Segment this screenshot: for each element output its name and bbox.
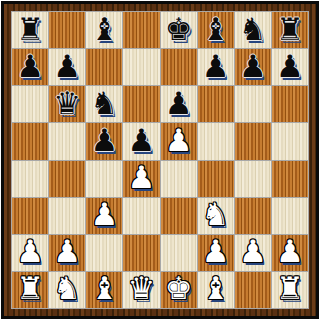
square-a6[interactable]: [12, 86, 48, 122]
white-queen[interactable]: ♛: [128, 273, 156, 304]
white-pawn[interactable]: ♟: [128, 162, 156, 193]
white-knight[interactable]: ♞: [202, 199, 230, 230]
chess-board: ♜♝♚♝♞♜♟♟♟♟♟♛♞♟♟♟♟♟♟♞♟♟♟♟♟♜♞♝♛♚♝♜: [11, 11, 309, 309]
square-d4[interactable]: ♟: [123, 161, 159, 197]
square-c4[interactable]: [86, 161, 122, 197]
white-pawn[interactable]: ♟: [276, 236, 304, 267]
black-rook[interactable]: ♜: [276, 14, 304, 45]
square-d5[interactable]: ♟: [123, 123, 159, 159]
white-pawn[interactable]: ♟: [53, 236, 81, 267]
black-pawn[interactable]: ♟: [16, 51, 44, 82]
black-bishop[interactable]: ♝: [202, 14, 230, 45]
square-g7[interactable]: ♟: [235, 49, 271, 85]
square-a1[interactable]: ♜: [12, 272, 48, 308]
black-bishop[interactable]: ♝: [90, 14, 118, 45]
white-bishop[interactable]: ♝: [90, 273, 118, 304]
square-f3[interactable]: ♞: [198, 198, 234, 234]
black-pawn[interactable]: ♟: [239, 51, 267, 82]
white-pawn[interactable]: ♟: [202, 236, 230, 267]
chess-board-frame: ♜♝♚♝♞♜♟♟♟♟♟♛♞♟♟♟♟♟♟♞♟♟♟♟♟♜♞♝♛♚♝♜: [1, 1, 319, 319]
black-queen[interactable]: ♛: [53, 88, 81, 119]
square-e5[interactable]: ♟: [161, 123, 197, 159]
square-g3[interactable]: [235, 198, 271, 234]
white-rook[interactable]: ♜: [276, 273, 304, 304]
white-king[interactable]: ♚: [165, 273, 193, 304]
white-pawn[interactable]: ♟: [239, 236, 267, 267]
square-e2[interactable]: [161, 235, 197, 271]
white-pawn[interactable]: ♟: [16, 236, 44, 267]
black-knight[interactable]: ♞: [90, 88, 118, 119]
black-pawn[interactable]: ♟: [165, 88, 193, 119]
square-d8[interactable]: [123, 12, 159, 48]
square-d3[interactable]: [123, 198, 159, 234]
black-rook[interactable]: ♜: [16, 14, 44, 45]
square-f2[interactable]: ♟: [198, 235, 234, 271]
square-g4[interactable]: [235, 161, 271, 197]
square-g2[interactable]: ♟: [235, 235, 271, 271]
square-h8[interactable]: ♜: [272, 12, 308, 48]
square-f1[interactable]: ♝: [198, 272, 234, 308]
square-e8[interactable]: ♚: [161, 12, 197, 48]
square-d6[interactable]: [123, 86, 159, 122]
square-f7[interactable]: ♟: [198, 49, 234, 85]
square-d1[interactable]: ♛: [123, 272, 159, 308]
square-a7[interactable]: ♟: [12, 49, 48, 85]
white-knight[interactable]: ♞: [53, 273, 81, 304]
square-a5[interactable]: [12, 123, 48, 159]
black-pawn[interactable]: ♟: [53, 51, 81, 82]
white-bishop[interactable]: ♝: [202, 273, 230, 304]
square-c8[interactable]: ♝: [86, 12, 122, 48]
square-b7[interactable]: ♟: [49, 49, 85, 85]
white-pawn[interactable]: ♟: [165, 125, 193, 156]
square-b6[interactable]: ♛: [49, 86, 85, 122]
square-a3[interactable]: [12, 198, 48, 234]
square-e7[interactable]: [161, 49, 197, 85]
square-g1[interactable]: [235, 272, 271, 308]
black-pawn[interactable]: ♟: [202, 51, 230, 82]
square-d2[interactable]: [123, 235, 159, 271]
square-g6[interactable]: [235, 86, 271, 122]
square-h4[interactable]: [272, 161, 308, 197]
square-e1[interactable]: ♚: [161, 272, 197, 308]
square-f6[interactable]: [198, 86, 234, 122]
square-a2[interactable]: ♟: [12, 235, 48, 271]
square-h7[interactable]: ♟: [272, 49, 308, 85]
square-d7[interactable]: [123, 49, 159, 85]
square-e4[interactable]: [161, 161, 197, 197]
square-b8[interactable]: [49, 12, 85, 48]
square-b3[interactable]: [49, 198, 85, 234]
square-b5[interactable]: [49, 123, 85, 159]
square-e6[interactable]: ♟: [161, 86, 197, 122]
square-h1[interactable]: ♜: [272, 272, 308, 308]
square-c7[interactable]: [86, 49, 122, 85]
square-h3[interactable]: [272, 198, 308, 234]
square-f8[interactable]: ♝: [198, 12, 234, 48]
black-king[interactable]: ♚: [165, 14, 193, 45]
black-pawn[interactable]: ♟: [90, 125, 118, 156]
square-c6[interactable]: ♞: [86, 86, 122, 122]
square-c5[interactable]: ♟: [86, 123, 122, 159]
square-b1[interactable]: ♞: [49, 272, 85, 308]
square-f5[interactable]: [198, 123, 234, 159]
square-c1[interactable]: ♝: [86, 272, 122, 308]
square-h2[interactable]: ♟: [272, 235, 308, 271]
square-c3[interactable]: ♟: [86, 198, 122, 234]
square-e3[interactable]: [161, 198, 197, 234]
square-h6[interactable]: [272, 86, 308, 122]
square-h5[interactable]: [272, 123, 308, 159]
square-c2[interactable]: [86, 235, 122, 271]
black-pawn[interactable]: ♟: [276, 51, 304, 82]
white-pawn[interactable]: ♟: [90, 199, 118, 230]
square-f4[interactable]: [198, 161, 234, 197]
white-rook[interactable]: ♜: [16, 273, 44, 304]
black-pawn[interactable]: ♟: [128, 125, 156, 156]
black-knight[interactable]: ♞: [239, 14, 267, 45]
square-a8[interactable]: ♜: [12, 12, 48, 48]
square-g8[interactable]: ♞: [235, 12, 271, 48]
square-b4[interactable]: [49, 161, 85, 197]
square-b2[interactable]: ♟: [49, 235, 85, 271]
square-g5[interactable]: [235, 123, 271, 159]
square-a4[interactable]: [12, 161, 48, 197]
